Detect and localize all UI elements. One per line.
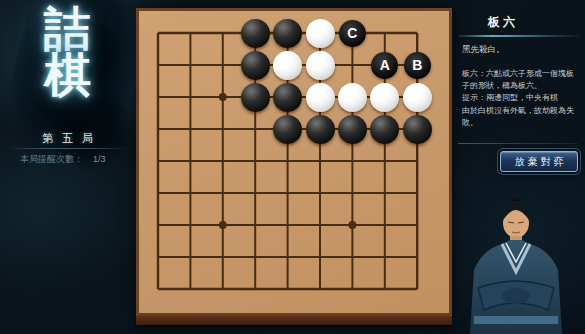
page-title-calligraphy: 詰 棋 bbox=[0, 6, 135, 98]
puzzle-description: 板六：六點或六子形成一個塊板子的形狀，稱為板六。 提示：兩邊同型，中央有棋 由於… bbox=[462, 68, 580, 129]
white-stone bbox=[370, 83, 399, 112]
white-stone bbox=[273, 51, 302, 80]
puzzle-title: 板六 bbox=[458, 14, 548, 31]
puzzle-objective: 黑先殺白。 bbox=[462, 44, 580, 56]
hint-counter: 本局提醒次數：1/3 bbox=[20, 153, 130, 166]
calligraphy-char-top: 詰 bbox=[0, 6, 135, 52]
puzzle-info-panel: 板六 黑先殺白。 板六：六點或六子形成一個塊板子的形狀，稱為板六。 提示：兩邊同… bbox=[458, 0, 585, 334]
black-stone bbox=[273, 19, 302, 48]
character-portrait bbox=[448, 196, 578, 334]
black-stone bbox=[241, 19, 270, 48]
black-stone bbox=[338, 115, 367, 144]
game-screen: 詰 棋 第五局 本局提醒次數：1/3 CAB 板六 黑先殺白。 板六：六點或六子… bbox=[0, 0, 585, 334]
star-point bbox=[219, 221, 227, 229]
calligraphy-char-bottom: 棋 bbox=[0, 52, 135, 98]
black-stone bbox=[370, 115, 399, 144]
black-stone bbox=[306, 115, 335, 144]
black-stone bbox=[273, 83, 302, 112]
hint-counter-value: 1/3 bbox=[93, 154, 106, 164]
choice-marker-B[interactable]: B bbox=[404, 52, 431, 79]
board-side-edge bbox=[136, 316, 452, 325]
choice-marker-C[interactable]: C bbox=[339, 20, 366, 47]
black-stone bbox=[403, 115, 432, 144]
black-stone bbox=[273, 115, 302, 144]
white-stone bbox=[306, 51, 335, 80]
white-stone bbox=[306, 83, 335, 112]
white-stone bbox=[306, 19, 335, 48]
choice-marker-A[interactable]: A bbox=[371, 52, 398, 79]
star-point bbox=[219, 93, 227, 101]
divider bbox=[8, 148, 127, 149]
forfeit-button[interactable]: 放棄對弈 bbox=[500, 151, 578, 172]
go-board[interactable]: CAB bbox=[136, 8, 452, 316]
black-stone bbox=[241, 83, 270, 112]
black-stone bbox=[241, 51, 270, 80]
round-label: 第五局 bbox=[0, 131, 135, 146]
white-stone bbox=[403, 83, 432, 112]
hint-counter-label: 本局提醒次數： bbox=[20, 154, 83, 164]
title-underline bbox=[458, 35, 582, 37]
left-panel: 詰 棋 第五局 本局提醒次數：1/3 bbox=[0, 0, 135, 334]
divider bbox=[458, 143, 578, 144]
white-stone bbox=[338, 83, 367, 112]
star-point bbox=[348, 221, 356, 229]
